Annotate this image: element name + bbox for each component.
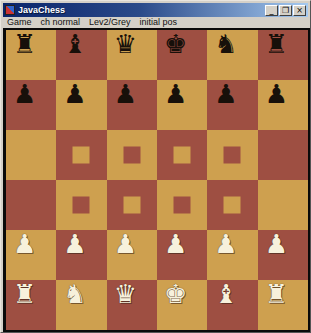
square-a2[interactable]: ♟	[6, 230, 56, 280]
black-king: ♚	[164, 31, 187, 57]
square-b1[interactable]: ♞	[56, 280, 106, 330]
square-d5[interactable]: ♟	[157, 80, 207, 130]
black-knight: ♞	[214, 31, 237, 57]
square-f4[interactable]	[258, 130, 308, 180]
square-c5[interactable]: ♟	[107, 80, 157, 130]
center-mark	[174, 197, 191, 214]
black-pawn: ♟	[214, 81, 237, 107]
white-pawn: ♟	[164, 231, 187, 257]
menu-item-level[interactable]: Lev2/Grey	[89, 17, 131, 28]
square-f6[interactable]: ♜	[258, 30, 308, 80]
black-pawn: ♟	[63, 81, 86, 107]
black-rook: ♜	[13, 31, 36, 57]
menu-bar: Game ch normal Lev2/Grey initial pos	[3, 17, 308, 28]
app-icon	[5, 5, 15, 15]
square-b5[interactable]: ♟	[56, 80, 106, 130]
title-bar[interactable]: JavaChess _ ❐ ×	[3, 3, 308, 17]
square-f2[interactable]: ♟	[258, 230, 308, 280]
restore-button[interactable]: ❐	[279, 5, 292, 16]
black-pawn: ♟	[265, 81, 288, 107]
square-e2[interactable]: ♟	[207, 230, 257, 280]
window-title: JavaChess	[18, 3, 265, 17]
square-a5[interactable]: ♟	[6, 80, 56, 130]
black-pawn: ♟	[114, 81, 137, 107]
square-a3[interactable]	[6, 180, 56, 230]
center-mark	[73, 147, 90, 164]
white-queen: ♛	[114, 281, 137, 307]
white-rook: ♜	[265, 281, 288, 307]
white-pawn: ♟	[13, 231, 36, 257]
square-b2[interactable]: ♟	[56, 230, 106, 280]
center-mark	[123, 197, 140, 214]
menu-item-mode[interactable]: ch normal	[41, 17, 81, 28]
center-mark	[174, 147, 191, 164]
square-d6[interactable]: ♚	[157, 30, 207, 80]
chess-board: ♜♝♛♚♞♜♟♟♟♟♟♟♟♟♟♟♟♟♜♞♛♚♝♜	[6, 30, 308, 330]
menu-item-game[interactable]: Game	[7, 17, 32, 28]
board-frame: ♜♝♛♚♞♜♟♟♟♟♟♟♟♟♟♟♟♟♜♞♛♚♝♜	[3, 28, 310, 333]
white-pawn: ♟	[114, 231, 137, 257]
square-e4[interactable]	[207, 130, 257, 180]
white-pawn: ♟	[63, 231, 86, 257]
square-e5[interactable]: ♟	[207, 80, 257, 130]
white-pawn: ♟	[214, 231, 237, 257]
square-e1[interactable]: ♝	[207, 280, 257, 330]
black-queen: ♛	[114, 31, 137, 57]
square-d2[interactable]: ♟	[157, 230, 207, 280]
white-bishop: ♝	[214, 281, 237, 307]
white-knight: ♞	[63, 281, 86, 307]
square-e3[interactable]	[207, 180, 257, 230]
window-controls: _ ❐ ×	[265, 5, 306, 16]
white-rook: ♜	[13, 281, 36, 307]
square-c4[interactable]	[107, 130, 157, 180]
black-rook: ♜	[265, 31, 288, 57]
square-e6[interactable]: ♞	[207, 30, 257, 80]
square-a4[interactable]	[6, 130, 56, 180]
center-mark	[73, 197, 90, 214]
square-f1[interactable]: ♜	[258, 280, 308, 330]
square-d3[interactable]	[157, 180, 207, 230]
square-b3[interactable]	[56, 180, 106, 230]
square-f3[interactable]	[258, 180, 308, 230]
square-a6[interactable]: ♜	[6, 30, 56, 80]
center-mark	[224, 147, 241, 164]
square-c6[interactable]: ♛	[107, 30, 157, 80]
app-window: JavaChess _ ❐ × Game ch normal Lev2/Grey…	[0, 0, 311, 333]
black-pawn: ♟	[13, 81, 36, 107]
black-bishop: ♝	[63, 31, 86, 57]
square-c3[interactable]	[107, 180, 157, 230]
white-king: ♚	[164, 281, 187, 307]
square-b4[interactable]	[56, 130, 106, 180]
square-c1[interactable]: ♛	[107, 280, 157, 330]
center-mark	[123, 147, 140, 164]
menu-item-position[interactable]: initial pos	[140, 17, 178, 28]
square-d4[interactable]	[157, 130, 207, 180]
square-f5[interactable]: ♟	[258, 80, 308, 130]
square-b6[interactable]: ♝	[56, 30, 106, 80]
black-pawn: ♟	[164, 81, 187, 107]
white-pawn: ♟	[265, 231, 288, 257]
close-button[interactable]: ×	[293, 5, 306, 16]
center-mark	[224, 197, 241, 214]
square-a1[interactable]: ♜	[6, 280, 56, 330]
square-c2[interactable]: ♟	[107, 230, 157, 280]
square-d1[interactable]: ♚	[157, 280, 207, 330]
minimize-button[interactable]: _	[265, 5, 278, 16]
